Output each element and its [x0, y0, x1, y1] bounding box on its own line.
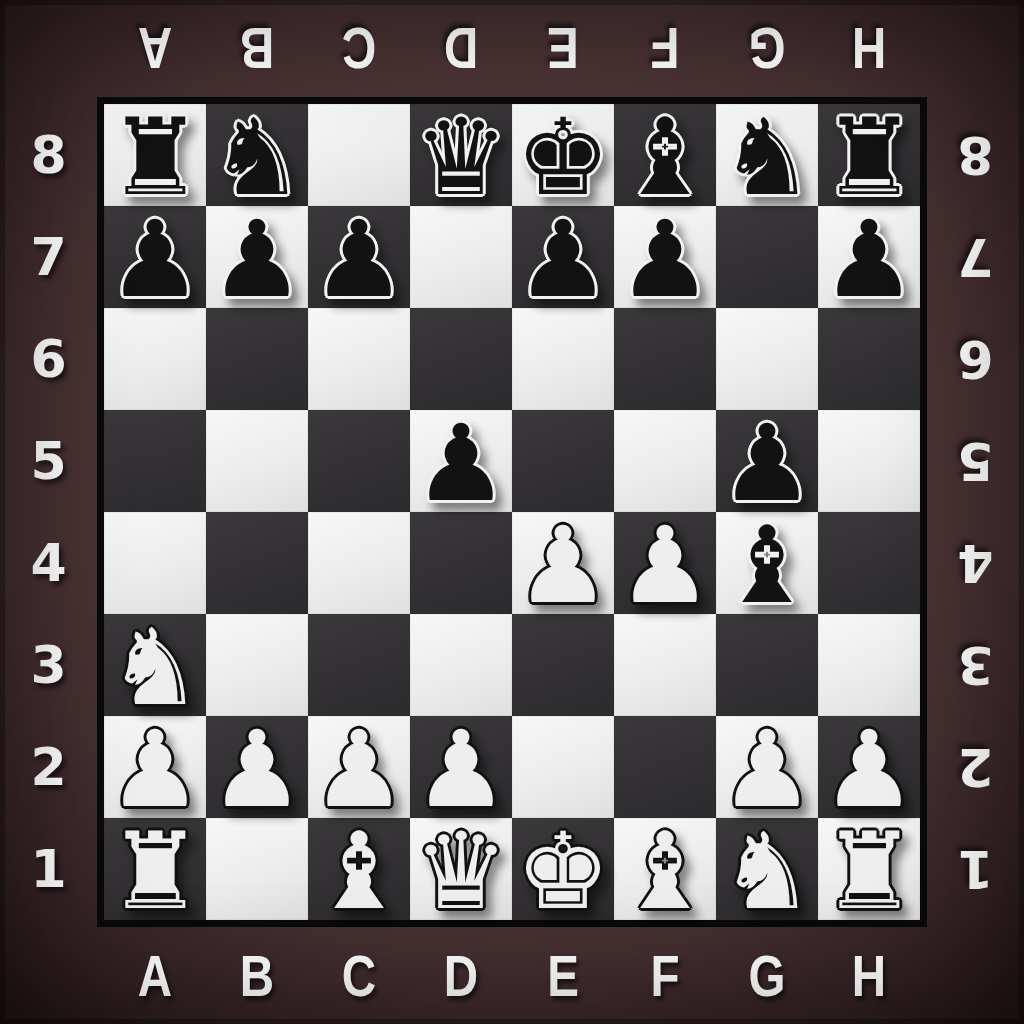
rank-label-left-6: 6 — [0, 308, 97, 410]
square-a6[interactable] — [104, 308, 206, 410]
piece-black-pawn[interactable]: ♟ — [515, 207, 610, 313]
piece-black-pawn[interactable]: ♟ — [413, 411, 508, 517]
square-h4[interactable] — [818, 512, 920, 614]
file-label-bottom-e: E — [521, 927, 605, 1024]
square-a8[interactable]: ♜ — [104, 104, 206, 206]
square-f6[interactable] — [614, 308, 716, 410]
piece-black-bishop[interactable]: ♝ — [719, 513, 814, 619]
square-c2[interactable]: ♟ — [308, 716, 410, 818]
file-label-top-h: H — [827, 0, 911, 97]
square-e2[interactable] — [512, 716, 614, 818]
square-d3[interactable] — [410, 614, 512, 716]
square-d8[interactable]: ♛ — [410, 104, 512, 206]
piece-black-knight[interactable]: ♞ — [719, 105, 814, 211]
piece-white-king[interactable]: ♚ — [515, 819, 610, 925]
piece-white-pawn[interactable]: ♟ — [821, 717, 916, 823]
square-g8[interactable]: ♞ — [716, 104, 818, 206]
file-label-bottom-a: A — [113, 927, 197, 1024]
board-frame: ABCDEFGH ABCDEFGH 87654321 87654321 ♜♞♛♚… — [0, 0, 1024, 1024]
rank-label-left-5: 5 — [0, 410, 97, 512]
file-label-top-b: B — [215, 0, 299, 97]
square-g7[interactable] — [716, 206, 818, 308]
square-f4[interactable]: ♟ — [614, 512, 716, 614]
square-c6[interactable] — [308, 308, 410, 410]
square-a4[interactable] — [104, 512, 206, 614]
piece-white-bishop[interactable]: ♝ — [617, 819, 712, 925]
piece-black-pawn[interactable]: ♟ — [719, 411, 814, 517]
piece-white-pawn[interactable]: ♟ — [107, 717, 202, 823]
square-d4[interactable] — [410, 512, 512, 614]
square-h7[interactable]: ♟ — [818, 206, 920, 308]
square-f2[interactable] — [614, 716, 716, 818]
file-label-bottom-b: B — [215, 927, 299, 1024]
square-c3[interactable] — [308, 614, 410, 716]
square-g6[interactable] — [716, 308, 818, 410]
chess-board: ♜♞♛♚♝♞♜♟♟♟♟♟♟♟♟♟♟♝♞♟♟♟♟♟♟♜♝♛♚♝♞♜ — [97, 97, 927, 927]
piece-white-pawn[interactable]: ♟ — [413, 717, 508, 823]
piece-white-knight[interactable]: ♞ — [719, 819, 814, 925]
file-label-top-f: F — [623, 0, 707, 97]
rank-label-right-1: 1 — [927, 818, 1024, 920]
square-e7[interactable]: ♟ — [512, 206, 614, 308]
rank-label-left-3: 3 — [0, 614, 97, 716]
file-label-top-c: C — [317, 0, 401, 97]
square-b8[interactable]: ♞ — [206, 104, 308, 206]
piece-white-pawn[interactable]: ♟ — [209, 717, 304, 823]
piece-black-pawn[interactable]: ♟ — [209, 207, 304, 313]
square-g3[interactable] — [716, 614, 818, 716]
square-b1[interactable] — [206, 818, 308, 920]
square-c5[interactable] — [308, 410, 410, 512]
square-a3[interactable]: ♞ — [104, 614, 206, 716]
square-c8[interactable] — [308, 104, 410, 206]
square-g2[interactable]: ♟ — [716, 716, 818, 818]
square-h1[interactable]: ♜ — [818, 818, 920, 920]
square-c1[interactable]: ♝ — [308, 818, 410, 920]
piece-white-pawn[interactable]: ♟ — [719, 717, 814, 823]
square-f7[interactable]: ♟ — [614, 206, 716, 308]
piece-black-rook[interactable]: ♜ — [821, 105, 916, 211]
piece-black-queen[interactable]: ♛ — [413, 105, 508, 211]
square-b4[interactable] — [206, 512, 308, 614]
piece-white-queen[interactable]: ♛ — [413, 819, 508, 925]
rank-label-right-6: 6 — [927, 308, 1024, 410]
piece-black-bishop[interactable]: ♝ — [617, 105, 712, 211]
rank-label-left-1: 1 — [0, 818, 97, 920]
piece-black-pawn[interactable]: ♟ — [821, 207, 916, 313]
square-e3[interactable] — [512, 614, 614, 716]
square-g5[interactable]: ♟ — [716, 410, 818, 512]
square-a2[interactable]: ♟ — [104, 716, 206, 818]
rank-label-left-2: 2 — [0, 716, 97, 818]
piece-black-knight[interactable]: ♞ — [209, 105, 304, 211]
piece-black-pawn[interactable]: ♟ — [107, 207, 202, 313]
square-e5[interactable] — [512, 410, 614, 512]
square-e4[interactable]: ♟ — [512, 512, 614, 614]
board-grid: ♜♞♛♚♝♞♜♟♟♟♟♟♟♟♟♟♟♝♞♟♟♟♟♟♟♜♝♛♚♝♞♜ — [104, 104, 920, 920]
square-a1[interactable]: ♜ — [104, 818, 206, 920]
square-f1[interactable]: ♝ — [614, 818, 716, 920]
file-labels-top: ABCDEFGH — [97, 0, 927, 97]
rank-label-right-2: 2 — [927, 716, 1024, 818]
piece-white-knight[interactable]: ♞ — [107, 615, 202, 721]
square-h3[interactable] — [818, 614, 920, 716]
rank-label-right-7: 7 — [927, 206, 1024, 308]
square-c4[interactable] — [308, 512, 410, 614]
square-d7[interactable] — [410, 206, 512, 308]
rank-label-left-8: 8 — [0, 104, 97, 206]
square-h8[interactable]: ♜ — [818, 104, 920, 206]
square-d5[interactable]: ♟ — [410, 410, 512, 512]
square-h6[interactable] — [818, 308, 920, 410]
piece-black-rook[interactable]: ♜ — [107, 105, 202, 211]
file-label-top-d: D — [419, 0, 503, 97]
piece-white-bishop[interactable]: ♝ — [311, 819, 406, 925]
square-b2[interactable]: ♟ — [206, 716, 308, 818]
piece-black-pawn[interactable]: ♟ — [617, 207, 712, 313]
file-label-bottom-d: D — [419, 927, 503, 1024]
square-b7[interactable]: ♟ — [206, 206, 308, 308]
file-label-top-g: G — [725, 0, 809, 97]
rank-label-left-4: 4 — [0, 512, 97, 614]
file-label-bottom-g: G — [725, 927, 809, 1024]
square-b5[interactable] — [206, 410, 308, 512]
rank-label-right-5: 5 — [927, 410, 1024, 512]
rank-label-right-4: 4 — [927, 512, 1024, 614]
piece-white-pawn[interactable]: ♟ — [311, 717, 406, 823]
file-label-bottom-h: H — [827, 927, 911, 1024]
square-h2[interactable]: ♟ — [818, 716, 920, 818]
square-f5[interactable] — [614, 410, 716, 512]
square-f3[interactable] — [614, 614, 716, 716]
square-g1[interactable]: ♞ — [716, 818, 818, 920]
file-label-top-a: A — [113, 0, 197, 97]
piece-black-pawn[interactable]: ♟ — [311, 207, 406, 313]
square-e1[interactable]: ♚ — [512, 818, 614, 920]
square-c7[interactable]: ♟ — [308, 206, 410, 308]
square-d6[interactable] — [410, 308, 512, 410]
square-a5[interactable] — [104, 410, 206, 512]
square-g4[interactable]: ♝ — [716, 512, 818, 614]
file-labels-bottom: ABCDEFGH — [97, 927, 927, 1024]
piece-white-pawn[interactable]: ♟ — [515, 513, 610, 619]
file-label-bottom-c: C — [317, 927, 401, 1024]
piece-white-rook[interactable]: ♜ — [107, 819, 202, 925]
rank-label-right-3: 3 — [927, 614, 1024, 716]
square-f8[interactable]: ♝ — [614, 104, 716, 206]
square-d2[interactable]: ♟ — [410, 716, 512, 818]
square-h5[interactable] — [818, 410, 920, 512]
piece-white-pawn[interactable]: ♟ — [617, 513, 712, 619]
piece-black-king[interactable]: ♚ — [515, 105, 610, 211]
file-label-top-e: E — [521, 0, 605, 97]
square-b6[interactable] — [206, 308, 308, 410]
rank-label-right-8: 8 — [927, 104, 1024, 206]
file-label-bottom-f: F — [623, 927, 707, 1024]
square-e6[interactable] — [512, 308, 614, 410]
square-d1[interactable]: ♛ — [410, 818, 512, 920]
square-e8[interactable]: ♚ — [512, 104, 614, 206]
rank-labels-right: 87654321 — [927, 97, 1024, 927]
piece-white-rook[interactable]: ♜ — [821, 819, 916, 925]
square-b3[interactable] — [206, 614, 308, 716]
rank-label-left-7: 7 — [0, 206, 97, 308]
rank-labels-left: 87654321 — [0, 97, 97, 927]
square-a7[interactable]: ♟ — [104, 206, 206, 308]
